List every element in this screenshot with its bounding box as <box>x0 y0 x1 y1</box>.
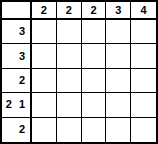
cell-r1c2[interactable] <box>57 20 82 44</box>
column-clue-5: 4 <box>131 2 156 20</box>
clue-number: 2 <box>90 5 96 16</box>
column-clue-2: 2 <box>57 2 82 20</box>
column-clue-4: 3 <box>106 2 131 20</box>
nonogram-board: 22234332212 <box>0 0 158 144</box>
column-clue-3: 2 <box>82 2 107 20</box>
cell-r3c2[interactable] <box>57 69 82 93</box>
clue-number: 1 <box>19 99 25 110</box>
cell-r5c2[interactable] <box>57 118 82 142</box>
cell-r4c1[interactable] <box>32 93 57 117</box>
clue-number: 2 <box>19 75 25 86</box>
cell-r3c1[interactable] <box>32 69 57 93</box>
cell-r5c1[interactable] <box>32 118 57 142</box>
cell-r2c4[interactable] <box>106 44 131 68</box>
cell-r4c2[interactable] <box>57 93 82 117</box>
cell-r3c5[interactable] <box>131 69 156 93</box>
clue-number: 3 <box>115 5 121 16</box>
cell-r2c5[interactable] <box>131 44 156 68</box>
clue-number: 2 <box>6 99 12 110</box>
cell-r4c4[interactable] <box>106 93 131 117</box>
clue-number: 2 <box>41 5 47 16</box>
clue-number: 3 <box>19 51 25 62</box>
cell-r2c2[interactable] <box>57 44 82 68</box>
row-clue-4: 21 <box>2 93 32 117</box>
column-clue-1: 2 <box>32 2 57 20</box>
cell-r2c1[interactable] <box>32 44 57 68</box>
cell-r4c5[interactable] <box>131 93 156 117</box>
clue-number: 3 <box>19 26 25 37</box>
row-clue-5: 2 <box>2 118 32 142</box>
cell-r5c5[interactable] <box>131 118 156 142</box>
clue-number: 2 <box>66 5 72 16</box>
cell-r1c1[interactable] <box>32 20 57 44</box>
clue-number: 4 <box>141 5 147 16</box>
cell-r5c3[interactable] <box>82 118 107 142</box>
cell-r1c3[interactable] <box>82 20 107 44</box>
cell-r1c4[interactable] <box>106 20 131 44</box>
cell-r1c5[interactable] <box>131 20 156 44</box>
clue-corner <box>2 2 32 20</box>
clue-number: 2 <box>19 124 25 135</box>
cell-r5c4[interactable] <box>106 118 131 142</box>
cell-r3c4[interactable] <box>106 69 131 93</box>
row-clue-3: 2 <box>2 69 32 93</box>
cell-r4c3[interactable] <box>82 93 107 117</box>
row-clue-1: 3 <box>2 20 32 44</box>
row-clue-2: 3 <box>2 44 32 68</box>
cell-r3c3[interactable] <box>82 69 107 93</box>
cell-r2c3[interactable] <box>82 44 107 68</box>
